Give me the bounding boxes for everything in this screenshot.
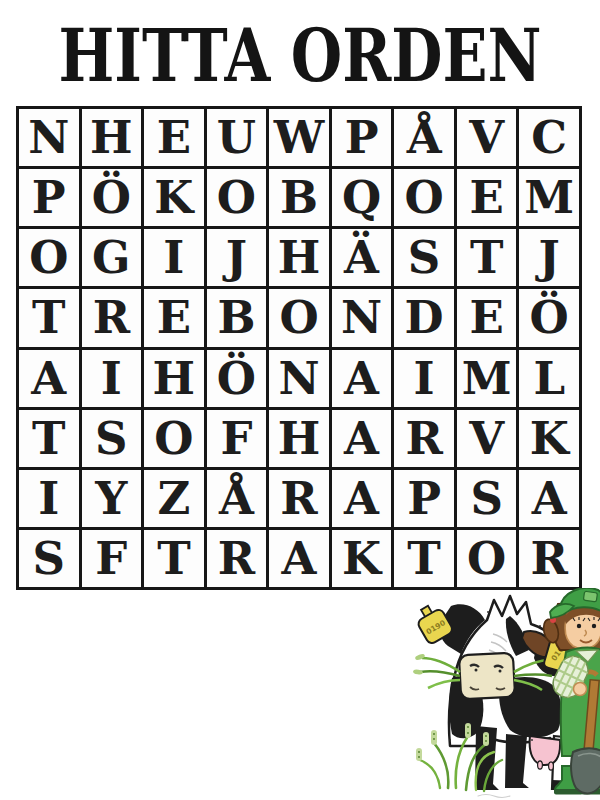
grid-cell-r8c9[interactable]: R: [519, 530, 579, 587]
grid-cell-r8c1[interactable]: S: [19, 530, 79, 587]
grid-cell-r8c6[interactable]: K: [332, 530, 392, 587]
grid-cell-r2c2[interactable]: Ö: [82, 169, 142, 226]
grid-cell-r6c1[interactable]: T: [19, 410, 79, 467]
grid-cell-r1c1[interactable]: N: [19, 109, 79, 166]
grid-cell-r2c6[interactable]: Q: [332, 169, 392, 226]
grid-cell-r8c8[interactable]: O: [457, 530, 517, 587]
girl-eye-right: [592, 624, 596, 628]
grid-cell-r3c1[interactable]: O: [19, 229, 79, 286]
grid-cell-r2c1[interactable]: P: [19, 169, 79, 226]
grid-cell-r7c6[interactable]: A: [332, 470, 392, 527]
grid-cell-r3c9[interactable]: J: [519, 229, 579, 286]
grid-cell-r3c2[interactable]: G: [82, 229, 142, 286]
grid-cell-r6c6[interactable]: A: [332, 410, 392, 467]
grid-cell-r7c8[interactable]: S: [457, 470, 517, 527]
grid-cell-r2c8[interactable]: E: [457, 169, 517, 226]
grid-cell-r4c5[interactable]: O: [269, 289, 329, 346]
grid-cell-r5c5[interactable]: N: [269, 350, 329, 407]
grid-cell-r7c3[interactable]: Z: [144, 470, 204, 527]
grid-cell-r8c3[interactable]: T: [144, 530, 204, 587]
grid-cell-r6c9[interactable]: K: [519, 410, 579, 467]
cap-patch: [583, 591, 597, 602]
grid-cell-r5c3[interactable]: H: [144, 350, 204, 407]
grid-cell-r7c1[interactable]: I: [19, 470, 79, 527]
grid-cell-r8c4[interactable]: R: [207, 530, 267, 587]
grid-cell-r3c4[interactable]: J: [207, 229, 267, 286]
grid-cell-r3c8[interactable]: T: [457, 229, 517, 286]
girl-hand: [574, 683, 587, 696]
grid-cell-r7c9[interactable]: A: [519, 470, 579, 527]
grid-cell-r1c7[interactable]: Å: [394, 109, 454, 166]
grid-cell-r2c9[interactable]: M: [519, 169, 579, 226]
grid-cell-r5c6[interactable]: A: [332, 350, 392, 407]
grid-cell-r7c4[interactable]: Å: [207, 470, 267, 527]
grid-cell-r1c5[interactable]: W: [269, 109, 329, 166]
grid-cell-r7c2[interactable]: Y: [82, 470, 142, 527]
grid-cell-r5c4[interactable]: Ö: [207, 350, 267, 407]
grid-cell-r7c7[interactable]: P: [394, 470, 454, 527]
grid-cell-r1c8[interactable]: V: [457, 109, 517, 166]
grid-cell-r3c3[interactable]: I: [144, 229, 204, 286]
word-grid: NHEUWPÅVCPÖKOBQOEMOGIJHÄSTJTREBONDEÖAIHÖ…: [16, 106, 582, 590]
grid-cell-r6c2[interactable]: S: [82, 410, 142, 467]
grid-cell-r5c2[interactable]: I: [82, 350, 142, 407]
grid-cell-r3c7[interactable]: S: [394, 229, 454, 286]
grid-cell-r4c3[interactable]: E: [144, 289, 204, 346]
grid-cell-r5c7[interactable]: I: [394, 350, 454, 407]
grid-cell-r1c2[interactable]: H: [82, 109, 142, 166]
grid-cell-r8c7[interactable]: T: [394, 530, 454, 587]
grid-cell-r2c4[interactable]: O: [207, 169, 267, 226]
grid-cell-r7c5[interactable]: R: [269, 470, 329, 527]
grid-cell-r6c7[interactable]: R: [394, 410, 454, 467]
cow-and-farmer-illustration: 0190 010: [390, 588, 600, 800]
grid-cell-r6c5[interactable]: H: [269, 410, 329, 467]
grid-cell-r6c4[interactable]: F: [207, 410, 267, 467]
grid-cell-r2c3[interactable]: K: [144, 169, 204, 226]
grid-cell-r4c8[interactable]: E: [457, 289, 517, 346]
grid-cell-r4c4[interactable]: B: [207, 289, 267, 346]
worksheet-page: HITTA ORDEN NHEUWPÅVCPÖKOBQOEMOGIJHÄSTJT…: [0, 0, 600, 800]
grid-cell-r5c9[interactable]: L: [519, 350, 579, 407]
grid-cell-r6c3[interactable]: O: [144, 410, 204, 467]
cow-udder: [530, 736, 560, 765]
grid-cell-r3c5[interactable]: H: [269, 229, 329, 286]
grid-cell-r2c7[interactable]: O: [394, 169, 454, 226]
grid-cell-r3c6[interactable]: Ä: [332, 229, 392, 286]
grid-cell-r1c6[interactable]: P: [332, 109, 392, 166]
grid-cell-r1c9[interactable]: C: [519, 109, 579, 166]
grid-cell-r1c3[interactable]: E: [144, 109, 204, 166]
cow-muzzle: [459, 653, 515, 700]
grid-cell-r8c2[interactable]: F: [82, 530, 142, 587]
girl-eye-left: [577, 624, 581, 628]
grid-cell-r1c4[interactable]: U: [207, 109, 267, 166]
grid-cell-r5c1[interactable]: A: [19, 350, 79, 407]
grid-cell-r8c5[interactable]: A: [269, 530, 329, 587]
grid-cell-r4c2[interactable]: R: [82, 289, 142, 346]
grid-cell-r4c1[interactable]: T: [19, 289, 79, 346]
grid-cell-r4c6[interactable]: N: [332, 289, 392, 346]
grid-cell-r4c7[interactable]: D: [394, 289, 454, 346]
page-title: HITTA ORDEN: [54, 20, 546, 92]
grid-cell-r6c8[interactable]: V: [457, 410, 517, 467]
grid-cell-r2c5[interactable]: B: [269, 169, 329, 226]
grid-cell-r5c8[interactable]: M: [457, 350, 517, 407]
grid-cell-r4c9[interactable]: Ö: [519, 289, 579, 346]
